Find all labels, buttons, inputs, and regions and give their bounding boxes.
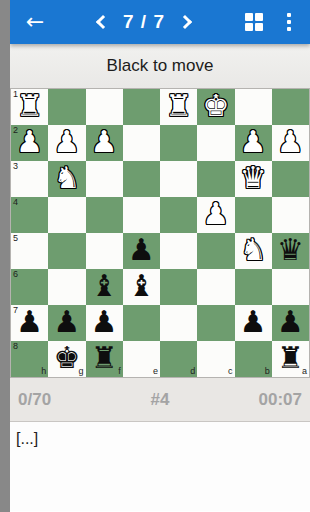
square-h4[interactable]: 4 <box>11 197 48 233</box>
file-label: e <box>153 367 158 376</box>
square-f2[interactable]: ♟ <box>86 125 123 161</box>
white-knight: ♞ <box>240 235 267 265</box>
square-f6[interactable]: ♝ <box>86 269 123 305</box>
square-d4[interactable] <box>160 197 197 233</box>
square-a8[interactable]: a♜ <box>272 341 309 377</box>
square-c1[interactable]: ♚ <box>197 89 234 125</box>
chevron-right-icon <box>178 15 192 29</box>
square-c8[interactable]: c <box>197 341 234 377</box>
puzzle-number: #4 <box>113 390 208 410</box>
square-d3[interactable] <box>160 161 197 197</box>
square-c7[interactable] <box>197 305 234 341</box>
file-label: c <box>228 367 233 376</box>
black-rook: ♜ <box>91 343 118 373</box>
square-h7[interactable]: 7♟ <box>11 305 48 341</box>
square-f8[interactable]: f♜ <box>86 341 123 377</box>
square-h6[interactable]: 6 <box>11 269 48 305</box>
next-puzzle-button[interactable] <box>180 17 190 27</box>
square-e2[interactable] <box>123 125 160 161</box>
white-pawn: ♟ <box>277 127 304 157</box>
square-d6[interactable] <box>160 269 197 305</box>
square-h1[interactable]: 1♜ <box>11 89 48 125</box>
square-a3[interactable] <box>272 161 309 197</box>
back-button[interactable]: ← <box>16 0 54 44</box>
turn-indicator: Black to move <box>10 44 310 88</box>
square-g1[interactable] <box>48 89 85 125</box>
square-b5[interactable]: ♞ <box>235 233 272 269</box>
square-a4[interactable] <box>272 197 309 233</box>
square-b7[interactable]: ♟ <box>235 305 272 341</box>
square-b2[interactable]: ♟ <box>235 125 272 161</box>
square-e8[interactable]: e <box>123 341 160 377</box>
timer: 00:07 <box>207 390 302 410</box>
square-e1[interactable] <box>123 89 160 125</box>
square-d8[interactable]: d <box>160 341 197 377</box>
rank-label: 4 <box>13 198 18 207</box>
square-f3[interactable] <box>86 161 123 197</box>
black-queen: ♛ <box>277 235 304 265</box>
square-c2[interactable] <box>197 125 234 161</box>
square-h2[interactable]: 2♟ <box>11 125 48 161</box>
square-a6[interactable] <box>272 269 309 305</box>
rank-label: 5 <box>13 234 18 243</box>
square-e7[interactable] <box>123 305 160 341</box>
square-g6[interactable] <box>48 269 85 305</box>
move-list: [...] <box>10 422 310 511</box>
square-a1[interactable] <box>272 89 309 125</box>
square-g7[interactable]: ♟ <box>48 305 85 341</box>
chess-board: 1♜♜♚2♟♟♟♟♟3♞♛4♟5♟♞♛6♝♝7♟♟♟♟♟8hg♚f♜edcba♜ <box>10 88 310 378</box>
square-d5[interactable] <box>160 233 197 269</box>
kebab-menu-icon <box>287 13 291 31</box>
square-a5[interactable]: ♛ <box>272 233 309 269</box>
overflow-menu-button[interactable] <box>274 0 304 44</box>
status-bar: 0/70 #4 00:07 <box>10 378 310 421</box>
square-d1[interactable]: ♜ <box>160 89 197 125</box>
file-label: h <box>41 367 46 376</box>
rank-label: 6 <box>13 270 18 279</box>
black-pawn: ♟ <box>53 307 80 337</box>
prev-puzzle-button[interactable] <box>98 17 108 27</box>
square-b6[interactable] <box>235 269 272 305</box>
file-label: f <box>118 367 121 376</box>
square-b4[interactable] <box>235 197 272 233</box>
puzzle-list-button[interactable] <box>234 0 274 44</box>
square-e5[interactable]: ♟ <box>123 233 160 269</box>
white-pawn: ♟ <box>240 127 267 157</box>
white-pawn: ♟ <box>202 199 229 229</box>
square-e3[interactable] <box>123 161 160 197</box>
square-h5[interactable]: 5 <box>11 233 48 269</box>
square-d2[interactable] <box>160 125 197 161</box>
black-pawn: ♟ <box>91 307 118 337</box>
square-f4[interactable] <box>86 197 123 233</box>
black-pawn: ♟ <box>128 235 155 265</box>
puzzle-counter: 7 / 7 <box>123 11 165 33</box>
black-bishop: ♝ <box>128 271 155 301</box>
square-c6[interactable] <box>197 269 234 305</box>
white-pawn: ♟ <box>16 127 43 157</box>
app-bar: ← 7 / 7 <box>10 0 310 44</box>
square-c3[interactable] <box>197 161 234 197</box>
black-bishop: ♝ <box>91 271 118 301</box>
square-g8[interactable]: g♚ <box>48 341 85 377</box>
square-c4[interactable]: ♟ <box>197 197 234 233</box>
white-queen: ♛ <box>240 163 267 193</box>
white-pawn: ♟ <box>53 127 80 157</box>
square-g2[interactable]: ♟ <box>48 125 85 161</box>
black-king: ♚ <box>53 343 80 373</box>
white-king: ♚ <box>202 91 229 121</box>
rank-label: 8 <box>13 342 18 351</box>
black-pawn: ♟ <box>16 307 43 337</box>
file-label: d <box>190 367 195 376</box>
square-h3[interactable]: 3 <box>11 161 48 197</box>
square-b8[interactable]: b <box>235 341 272 377</box>
score-counter: 0/70 <box>18 390 113 410</box>
white-knight: ♞ <box>53 163 80 193</box>
square-f5[interactable] <box>86 233 123 269</box>
black-rook: ♜ <box>277 343 304 373</box>
square-c5[interactable] <box>197 233 234 269</box>
square-a2[interactable]: ♟ <box>272 125 309 161</box>
square-f7[interactable]: ♟ <box>86 305 123 341</box>
white-rook: ♜ <box>165 91 192 121</box>
square-a7[interactable]: ♟ <box>272 305 309 341</box>
square-g3[interactable]: ♞ <box>48 161 85 197</box>
black-pawn: ♟ <box>240 307 267 337</box>
file-label: b <box>265 367 270 376</box>
back-arrow-icon: ← <box>26 11 44 33</box>
square-g4[interactable] <box>48 197 85 233</box>
puzzle-navigation: 7 / 7 <box>54 11 234 33</box>
white-pawn: ♟ <box>91 127 118 157</box>
square-f1[interactable] <box>86 89 123 125</box>
square-b1[interactable] <box>235 89 272 125</box>
square-e4[interactable] <box>123 197 160 233</box>
chevron-left-icon <box>96 15 110 29</box>
app-screen: ← 7 / 7 Black to move 1♜♜♚2♟♟♟♟♟3♞♛4♟5♟♞… <box>10 0 310 512</box>
square-e6[interactable]: ♝ <box>123 269 160 305</box>
square-b3[interactable]: ♛ <box>235 161 272 197</box>
grid-icon <box>245 13 263 31</box>
square-g5[interactable] <box>48 233 85 269</box>
square-h8[interactable]: 8h <box>11 341 48 377</box>
square-d7[interactable] <box>160 305 197 341</box>
white-rook: ♜ <box>16 91 43 121</box>
black-pawn: ♟ <box>277 307 304 337</box>
rank-label: 3 <box>13 162 18 171</box>
